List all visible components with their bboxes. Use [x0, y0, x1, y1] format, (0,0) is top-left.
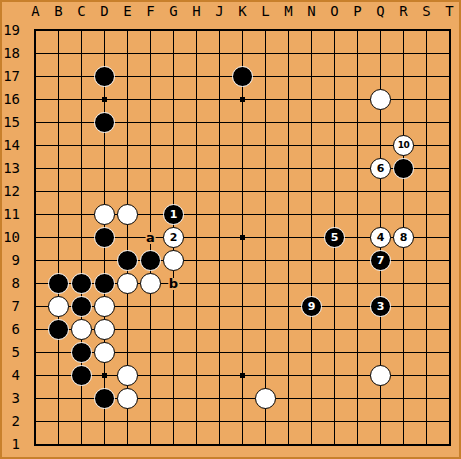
intersection[interactable] — [47, 157, 70, 180]
intersection[interactable] — [323, 203, 346, 226]
intersection[interactable] — [392, 180, 415, 203]
intersection[interactable] — [47, 318, 70, 341]
intersection[interactable] — [346, 410, 369, 433]
intersection[interactable] — [415, 88, 438, 111]
intersection[interactable] — [323, 433, 346, 456]
intersection[interactable] — [47, 65, 70, 88]
intersection[interactable] — [300, 157, 323, 180]
intersection[interactable] — [415, 433, 438, 456]
intersection[interactable] — [208, 364, 231, 387]
intersection[interactable] — [369, 272, 392, 295]
intersection[interactable] — [93, 272, 116, 295]
intersection[interactable] — [24, 341, 47, 364]
intersection[interactable] — [139, 410, 162, 433]
intersection[interactable] — [116, 364, 139, 387]
intersection[interactable] — [346, 387, 369, 410]
intersection[interactable] — [392, 111, 415, 134]
intersection[interactable] — [116, 203, 139, 226]
intersection[interactable] — [162, 295, 185, 318]
intersection[interactable] — [162, 111, 185, 134]
intersection[interactable] — [277, 272, 300, 295]
intersection[interactable] — [47, 433, 70, 456]
intersection[interactable] — [254, 180, 277, 203]
intersection[interactable] — [139, 341, 162, 364]
intersection[interactable] — [185, 134, 208, 157]
intersection[interactable] — [93, 203, 116, 226]
intersection[interactable] — [231, 203, 254, 226]
intersection[interactable] — [300, 364, 323, 387]
intersection[interactable] — [185, 410, 208, 433]
intersection[interactable] — [93, 249, 116, 272]
intersection[interactable] — [139, 364, 162, 387]
intersection[interactable] — [231, 226, 254, 249]
intersection[interactable] — [277, 65, 300, 88]
intersection[interactable] — [415, 318, 438, 341]
intersection[interactable] — [277, 134, 300, 157]
intersection[interactable] — [254, 387, 277, 410]
intersection[interactable] — [139, 19, 162, 42]
intersection[interactable] — [300, 134, 323, 157]
intersection[interactable] — [70, 364, 93, 387]
intersection[interactable] — [438, 88, 461, 111]
intersection[interactable] — [392, 387, 415, 410]
intersection[interactable] — [254, 157, 277, 180]
intersection[interactable] — [185, 226, 208, 249]
intersection[interactable]: 2 — [162, 226, 185, 249]
intersection[interactable] — [231, 19, 254, 42]
intersection[interactable] — [185, 111, 208, 134]
intersection[interactable] — [392, 272, 415, 295]
intersection[interactable] — [116, 295, 139, 318]
intersection[interactable] — [346, 157, 369, 180]
intersection[interactable] — [93, 134, 116, 157]
intersection[interactable] — [438, 134, 461, 157]
intersection[interactable] — [24, 203, 47, 226]
intersection[interactable] — [24, 433, 47, 456]
intersection[interactable] — [438, 295, 461, 318]
intersection[interactable] — [93, 341, 116, 364]
intersection[interactable] — [277, 42, 300, 65]
intersection[interactable] — [231, 65, 254, 88]
intersection[interactable] — [139, 203, 162, 226]
intersection[interactable] — [300, 318, 323, 341]
intersection[interactable]: 7 — [369, 249, 392, 272]
intersection[interactable] — [116, 341, 139, 364]
intersection[interactable] — [323, 157, 346, 180]
intersection[interactable] — [415, 180, 438, 203]
intersection[interactable] — [300, 19, 323, 42]
intersection[interactable] — [277, 387, 300, 410]
intersection[interactable] — [139, 134, 162, 157]
intersection[interactable] — [70, 88, 93, 111]
intersection[interactable] — [70, 19, 93, 42]
intersection[interactable] — [208, 226, 231, 249]
intersection[interactable] — [323, 88, 346, 111]
intersection[interactable] — [139, 249, 162, 272]
intersection[interactable] — [162, 65, 185, 88]
intersection[interactable] — [47, 410, 70, 433]
intersection[interactable] — [369, 387, 392, 410]
intersection[interactable] — [116, 88, 139, 111]
intersection[interactable] — [70, 318, 93, 341]
intersection[interactable] — [438, 272, 461, 295]
intersection[interactable] — [70, 226, 93, 249]
intersection[interactable] — [185, 249, 208, 272]
intersection[interactable] — [438, 19, 461, 42]
intersection[interactable] — [24, 180, 47, 203]
intersection[interactable] — [438, 364, 461, 387]
intersection[interactable] — [323, 364, 346, 387]
intersection[interactable] — [162, 387, 185, 410]
intersection[interactable] — [208, 272, 231, 295]
intersection[interactable] — [139, 42, 162, 65]
intersection[interactable] — [208, 157, 231, 180]
intersection[interactable] — [47, 226, 70, 249]
intersection[interactable] — [185, 65, 208, 88]
intersection[interactable] — [369, 433, 392, 456]
intersection[interactable] — [47, 42, 70, 65]
intersection[interactable] — [300, 387, 323, 410]
intersection[interactable] — [208, 111, 231, 134]
intersection[interactable] — [369, 180, 392, 203]
intersection[interactable] — [415, 295, 438, 318]
intersection[interactable] — [93, 433, 116, 456]
intersection[interactable] — [369, 111, 392, 134]
intersection[interactable] — [70, 42, 93, 65]
intersection[interactable] — [93, 65, 116, 88]
intersection[interactable] — [70, 157, 93, 180]
intersection[interactable] — [162, 249, 185, 272]
intersection[interactable] — [231, 341, 254, 364]
intersection[interactable] — [415, 364, 438, 387]
intersection[interactable] — [346, 19, 369, 42]
intersection[interactable] — [300, 249, 323, 272]
intersection[interactable] — [116, 65, 139, 88]
intersection[interactable] — [346, 42, 369, 65]
intersection[interactable] — [415, 272, 438, 295]
intersection[interactable] — [323, 387, 346, 410]
intersection[interactable] — [139, 387, 162, 410]
intersection[interactable] — [93, 364, 116, 387]
intersection[interactable] — [208, 88, 231, 111]
intersection[interactable] — [415, 203, 438, 226]
intersection[interactable] — [369, 341, 392, 364]
intersection[interactable] — [369, 364, 392, 387]
intersection[interactable] — [323, 318, 346, 341]
intersection[interactable] — [162, 318, 185, 341]
intersection[interactable] — [162, 433, 185, 456]
intersection[interactable] — [254, 111, 277, 134]
intersection[interactable] — [116, 249, 139, 272]
intersection[interactable] — [346, 88, 369, 111]
intersection[interactable] — [254, 318, 277, 341]
intersection[interactable] — [24, 364, 47, 387]
intersection[interactable] — [346, 203, 369, 226]
intersection[interactable] — [139, 180, 162, 203]
intersection[interactable] — [139, 88, 162, 111]
intersection[interactable] — [415, 19, 438, 42]
intersection[interactable]: 6 — [369, 157, 392, 180]
intersection[interactable] — [438, 226, 461, 249]
intersection[interactable] — [392, 318, 415, 341]
intersection[interactable] — [254, 410, 277, 433]
intersection[interactable] — [47, 387, 70, 410]
intersection[interactable] — [139, 111, 162, 134]
intersection[interactable] — [392, 88, 415, 111]
intersection[interactable] — [139, 157, 162, 180]
intersection[interactable] — [231, 42, 254, 65]
intersection[interactable]: 5 — [323, 226, 346, 249]
intersection[interactable] — [116, 410, 139, 433]
intersection[interactable] — [208, 295, 231, 318]
intersection[interactable] — [254, 203, 277, 226]
intersection[interactable] — [300, 410, 323, 433]
intersection[interactable] — [208, 410, 231, 433]
intersection[interactable] — [392, 410, 415, 433]
intersection[interactable] — [24, 111, 47, 134]
intersection[interactable] — [323, 134, 346, 157]
intersection[interactable] — [70, 65, 93, 88]
intersection[interactable] — [277, 364, 300, 387]
intersection[interactable] — [47, 203, 70, 226]
intersection[interactable] — [185, 203, 208, 226]
intersection[interactable]: 3 — [369, 295, 392, 318]
intersection[interactable] — [70, 134, 93, 157]
intersection[interactable] — [24, 134, 47, 157]
intersection[interactable] — [323, 410, 346, 433]
intersection[interactable] — [277, 226, 300, 249]
intersection[interactable] — [116, 111, 139, 134]
intersection[interactable] — [415, 410, 438, 433]
intersection[interactable] — [24, 65, 47, 88]
intersection[interactable] — [346, 180, 369, 203]
intersection[interactable] — [438, 341, 461, 364]
intersection[interactable] — [438, 433, 461, 456]
intersection[interactable] — [93, 157, 116, 180]
intersection[interactable] — [185, 341, 208, 364]
intersection[interactable] — [70, 387, 93, 410]
intersection[interactable] — [162, 410, 185, 433]
intersection[interactable] — [415, 341, 438, 364]
intersection[interactable] — [415, 249, 438, 272]
intersection[interactable] — [392, 203, 415, 226]
intersection[interactable] — [70, 203, 93, 226]
intersection[interactable] — [277, 249, 300, 272]
intersection[interactable] — [277, 88, 300, 111]
intersection[interactable] — [392, 341, 415, 364]
intersection[interactable] — [47, 88, 70, 111]
intersection[interactable] — [116, 42, 139, 65]
intersection[interactable] — [24, 226, 47, 249]
intersection[interactable] — [415, 111, 438, 134]
intersection[interactable] — [116, 226, 139, 249]
intersection[interactable] — [208, 65, 231, 88]
intersection[interactable] — [24, 295, 47, 318]
intersection[interactable] — [208, 42, 231, 65]
intersection[interactable] — [116, 134, 139, 157]
intersection[interactable] — [162, 180, 185, 203]
intersection[interactable]: b — [162, 272, 185, 295]
intersection[interactable] — [24, 249, 47, 272]
intersection[interactable] — [231, 364, 254, 387]
intersection[interactable] — [185, 19, 208, 42]
intersection[interactable] — [70, 180, 93, 203]
intersection[interactable] — [300, 180, 323, 203]
intersection[interactable] — [231, 295, 254, 318]
intersection[interactable] — [162, 42, 185, 65]
intersection[interactable] — [24, 157, 47, 180]
intersection[interactable] — [254, 19, 277, 42]
intersection[interactable] — [185, 295, 208, 318]
intersection[interactable] — [185, 272, 208, 295]
intersection[interactable] — [116, 180, 139, 203]
intersection[interactable] — [300, 341, 323, 364]
intersection[interactable] — [185, 88, 208, 111]
intersection[interactable] — [277, 157, 300, 180]
intersection[interactable] — [277, 295, 300, 318]
intersection[interactable] — [346, 341, 369, 364]
intersection[interactable] — [277, 341, 300, 364]
intersection[interactable] — [139, 318, 162, 341]
intersection[interactable] — [277, 180, 300, 203]
intersection[interactable] — [162, 364, 185, 387]
intersection[interactable] — [231, 157, 254, 180]
intersection[interactable] — [346, 65, 369, 88]
intersection[interactable] — [116, 157, 139, 180]
intersection[interactable] — [231, 272, 254, 295]
intersection[interactable]: 1 — [162, 203, 185, 226]
intersection[interactable] — [208, 134, 231, 157]
intersection[interactable] — [47, 134, 70, 157]
intersection[interactable] — [116, 433, 139, 456]
intersection[interactable] — [139, 433, 162, 456]
intersection[interactable] — [93, 19, 116, 42]
intersection[interactable] — [208, 203, 231, 226]
intersection[interactable] — [70, 111, 93, 134]
intersection[interactable] — [415, 134, 438, 157]
intersection[interactable] — [346, 111, 369, 134]
intersection[interactable] — [392, 364, 415, 387]
intersection[interactable] — [139, 272, 162, 295]
intersection[interactable]: 10 — [392, 134, 415, 157]
intersection[interactable] — [208, 387, 231, 410]
intersection[interactable] — [93, 410, 116, 433]
intersection[interactable] — [392, 42, 415, 65]
intersection[interactable] — [24, 19, 47, 42]
intersection[interactable] — [392, 433, 415, 456]
intersection[interactable] — [369, 134, 392, 157]
intersection[interactable] — [185, 387, 208, 410]
intersection[interactable]: 8 — [392, 226, 415, 249]
intersection[interactable] — [369, 42, 392, 65]
intersection[interactable] — [369, 410, 392, 433]
intersection[interactable] — [369, 19, 392, 42]
intersection[interactable] — [438, 42, 461, 65]
intersection[interactable] — [346, 295, 369, 318]
intersection[interactable] — [346, 433, 369, 456]
intersection[interactable] — [254, 42, 277, 65]
intersection[interactable] — [93, 111, 116, 134]
intersection[interactable] — [116, 272, 139, 295]
intersection[interactable] — [231, 410, 254, 433]
intersection[interactable] — [392, 65, 415, 88]
intersection[interactable] — [254, 249, 277, 272]
intersection[interactable] — [231, 249, 254, 272]
intersection[interactable] — [277, 19, 300, 42]
intersection[interactable] — [254, 295, 277, 318]
intersection[interactable] — [300, 42, 323, 65]
intersection[interactable] — [415, 65, 438, 88]
intersection[interactable] — [47, 19, 70, 42]
intersection[interactable] — [277, 433, 300, 456]
intersection[interactable] — [438, 203, 461, 226]
intersection[interactable] — [208, 180, 231, 203]
intersection[interactable] — [185, 364, 208, 387]
intersection[interactable] — [369, 88, 392, 111]
intersection[interactable] — [208, 341, 231, 364]
intersection[interactable] — [277, 410, 300, 433]
intersection[interactable] — [346, 272, 369, 295]
intersection[interactable] — [185, 318, 208, 341]
intersection[interactable] — [139, 65, 162, 88]
intersection[interactable] — [300, 65, 323, 88]
intersection[interactable] — [254, 65, 277, 88]
intersection[interactable] — [70, 410, 93, 433]
intersection[interactable] — [47, 295, 70, 318]
intersection[interactable] — [231, 318, 254, 341]
intersection[interactable] — [438, 180, 461, 203]
intersection[interactable] — [438, 111, 461, 134]
intersection[interactable] — [93, 318, 116, 341]
intersection[interactable] — [24, 410, 47, 433]
intersection[interactable] — [162, 134, 185, 157]
intersection[interactable] — [346, 226, 369, 249]
intersection[interactable] — [323, 295, 346, 318]
intersection[interactable] — [93, 226, 116, 249]
intersection[interactable]: 4 — [369, 226, 392, 249]
intersection[interactable] — [231, 88, 254, 111]
intersection[interactable] — [116, 318, 139, 341]
intersection[interactable] — [346, 318, 369, 341]
intersection[interactable]: 9 — [300, 295, 323, 318]
intersection[interactable] — [47, 249, 70, 272]
intersection[interactable] — [47, 341, 70, 364]
intersection[interactable] — [47, 364, 70, 387]
intersection[interactable] — [231, 134, 254, 157]
intersection[interactable] — [254, 433, 277, 456]
intersection[interactable] — [438, 157, 461, 180]
intersection[interactable] — [162, 88, 185, 111]
intersection[interactable] — [300, 88, 323, 111]
intersection[interactable] — [323, 19, 346, 42]
intersection[interactable] — [346, 134, 369, 157]
intersection[interactable] — [369, 203, 392, 226]
intersection[interactable] — [24, 318, 47, 341]
intersection[interactable] — [208, 19, 231, 42]
intersection[interactable] — [162, 341, 185, 364]
intersection[interactable] — [438, 387, 461, 410]
intersection[interactable] — [254, 226, 277, 249]
intersection[interactable] — [24, 88, 47, 111]
intersection[interactable] — [24, 272, 47, 295]
intersection[interactable] — [231, 111, 254, 134]
intersection[interactable] — [93, 180, 116, 203]
intersection[interactable] — [415, 387, 438, 410]
intersection[interactable] — [277, 318, 300, 341]
intersection[interactable] — [323, 341, 346, 364]
intersection[interactable] — [392, 295, 415, 318]
intersection[interactable] — [24, 42, 47, 65]
